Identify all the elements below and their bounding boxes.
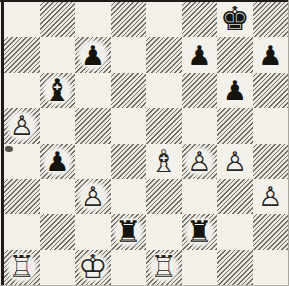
- board-border-left: [1, 0, 4, 286]
- square-a3[interactable]: [4, 179, 40, 214]
- piece-white-pawn: ♙: [81, 183, 105, 210]
- square-c8[interactable]: [75, 2, 111, 37]
- piece-black-pawn: ♟: [81, 42, 105, 69]
- square-a2[interactable]: [4, 214, 40, 249]
- square-c3[interactable]: ♙: [75, 179, 111, 214]
- square-h2[interactable]: [253, 214, 289, 249]
- square-a6[interactable]: [4, 73, 40, 108]
- square-g3[interactable]: [217, 179, 253, 214]
- square-b3[interactable]: [40, 179, 76, 214]
- square-h7[interactable]: ♟: [253, 37, 289, 72]
- square-c1[interactable]: ♔: [75, 250, 111, 285]
- piece-black-king: ♚: [220, 2, 250, 35]
- piece-white-bishop: ♗: [150, 146, 178, 177]
- square-g5[interactable]: [217, 108, 253, 143]
- square-g1[interactable]: [217, 250, 253, 285]
- piece-black-bishop: ♝: [43, 75, 71, 106]
- square-f8[interactable]: [182, 2, 218, 37]
- piece-black-pawn: ♟: [187, 42, 211, 69]
- square-f5[interactable]: [182, 108, 218, 143]
- square-e6[interactable]: [146, 73, 182, 108]
- square-b5[interactable]: [40, 108, 76, 143]
- square-d4[interactable]: [111, 144, 147, 179]
- square-h5[interactable]: [253, 108, 289, 143]
- square-d8[interactable]: [111, 2, 147, 37]
- piece-white-pawn: ♙: [258, 183, 282, 210]
- square-h1[interactable]: [253, 250, 289, 285]
- piece-white-rook: ♖: [150, 252, 177, 282]
- square-g4[interactable]: ♙: [217, 144, 253, 179]
- square-a1[interactable]: ♖: [4, 250, 40, 285]
- square-g2[interactable]: [217, 214, 253, 249]
- piece-black-rook: ♜: [115, 217, 142, 247]
- piece-black-rook: ♜: [186, 217, 213, 247]
- chess-board: ♚♟♟♟♝♟♙♟♗♙♙♙♙♜♜♖♔♖: [4, 2, 288, 285]
- piece-white-pawn: ♙: [223, 148, 247, 175]
- square-a5[interactable]: ♙: [4, 108, 40, 143]
- square-b7[interactable]: [40, 37, 76, 72]
- square-c6[interactable]: [75, 73, 111, 108]
- square-e3[interactable]: [146, 179, 182, 214]
- square-e7[interactable]: [146, 37, 182, 72]
- piece-black-pawn: ♟: [258, 42, 282, 69]
- square-g6[interactable]: ♟: [217, 73, 253, 108]
- square-b8[interactable]: [40, 2, 76, 37]
- square-d2[interactable]: ♜: [111, 214, 147, 249]
- square-g8[interactable]: ♚: [217, 2, 253, 37]
- square-g7[interactable]: [217, 37, 253, 72]
- square-e2[interactable]: [146, 214, 182, 249]
- square-f3[interactable]: [182, 179, 218, 214]
- ink-speck-artifact: [5, 146, 13, 152]
- square-h6[interactable]: [253, 73, 289, 108]
- square-b4[interactable]: ♟: [40, 144, 76, 179]
- square-c7[interactable]: ♟: [75, 37, 111, 72]
- square-d7[interactable]: [111, 37, 147, 72]
- square-f7[interactable]: ♟: [182, 37, 218, 72]
- square-d3[interactable]: [111, 179, 147, 214]
- square-b1[interactable]: [40, 250, 76, 285]
- piece-white-rook: ♖: [8, 252, 35, 282]
- board-border-right: [288, 0, 289, 286]
- piece-white-pawn: ♙: [187, 148, 211, 175]
- square-d5[interactable]: [111, 108, 147, 143]
- piece-black-pawn: ♟: [45, 148, 69, 175]
- square-e8[interactable]: [146, 2, 182, 37]
- square-c2[interactable]: [75, 214, 111, 249]
- square-h3[interactable]: ♙: [253, 179, 289, 214]
- piece-white-king: ♔: [78, 250, 108, 283]
- square-f2[interactable]: ♜: [182, 214, 218, 249]
- square-a7[interactable]: [4, 37, 40, 72]
- square-d1[interactable]: [111, 250, 147, 285]
- square-f6[interactable]: [182, 73, 218, 108]
- square-c5[interactable]: [75, 108, 111, 143]
- square-h4[interactable]: [253, 144, 289, 179]
- square-a8[interactable]: [4, 2, 40, 37]
- square-c4[interactable]: [75, 144, 111, 179]
- square-d6[interactable]: [111, 73, 147, 108]
- square-b2[interactable]: [40, 214, 76, 249]
- square-e4[interactable]: ♗: [146, 144, 182, 179]
- square-h8[interactable]: [253, 2, 289, 37]
- piece-white-pawn: ♙: [10, 112, 34, 139]
- piece-black-pawn: ♟: [223, 77, 247, 104]
- square-e1[interactable]: ♖: [146, 250, 182, 285]
- square-f4[interactable]: ♙: [182, 144, 218, 179]
- square-b6[interactable]: ♝: [40, 73, 76, 108]
- square-e5[interactable]: [146, 108, 182, 143]
- scanned-chess-diagram: ♚♟♟♟♝♟♙♟♗♙♙♙♙♜♜♖♔♖: [0, 0, 289, 286]
- square-f1[interactable]: [182, 250, 218, 285]
